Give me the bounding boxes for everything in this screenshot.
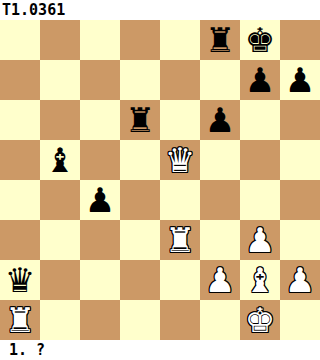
- square-e8[interactable]: [160, 20, 200, 60]
- square-e4[interactable]: [160, 180, 200, 220]
- square-b1[interactable]: [40, 300, 80, 340]
- white-pawn: ♟: [205, 260, 235, 300]
- square-h8[interactable]: [280, 20, 320, 60]
- square-a8[interactable]: [0, 20, 40, 60]
- square-a7[interactable]: [0, 60, 40, 100]
- square-c8[interactable]: [80, 20, 120, 60]
- square-d1[interactable]: [120, 300, 160, 340]
- square-a2[interactable]: ♛: [0, 260, 40, 300]
- square-b4[interactable]: [40, 180, 80, 220]
- square-h2[interactable]: ♟: [280, 260, 320, 300]
- square-c3[interactable]: [80, 220, 120, 260]
- square-e1[interactable]: [160, 300, 200, 340]
- square-c5[interactable]: [80, 140, 120, 180]
- chess-board: ♜♚♟♟♜♟♝♛♟♜♟♛♟♝♟♜♚: [0, 20, 320, 340]
- square-e7[interactable]: [160, 60, 200, 100]
- square-f4[interactable]: [200, 180, 240, 220]
- square-g5[interactable]: [240, 140, 280, 180]
- square-a1[interactable]: ♜: [0, 300, 40, 340]
- puzzle-id: T1.0361: [2, 0, 65, 20]
- black-pawn: ♟: [285, 60, 315, 100]
- square-a3[interactable]: [0, 220, 40, 260]
- square-f3[interactable]: [200, 220, 240, 260]
- puzzle-footer: 1. ?: [0, 340, 320, 360]
- white-rook: ♜: [5, 300, 35, 340]
- square-g2[interactable]: ♝: [240, 260, 280, 300]
- square-a6[interactable]: [0, 100, 40, 140]
- square-c7[interactable]: [80, 60, 120, 100]
- black-bishop: ♝: [45, 140, 75, 180]
- square-a5[interactable]: [0, 140, 40, 180]
- black-king: ♚: [245, 20, 275, 60]
- square-h3[interactable]: [280, 220, 320, 260]
- square-d6[interactable]: ♜: [120, 100, 160, 140]
- square-b3[interactable]: [40, 220, 80, 260]
- square-f6[interactable]: ♟: [200, 100, 240, 140]
- square-a4[interactable]: [0, 180, 40, 220]
- black-rook: ♜: [205, 20, 235, 60]
- chess-puzzle-app: T1.0361 ♜♚♟♟♜♟♝♛♟♜♟♛♟♝♟♜♚ 1. ?: [0, 0, 320, 360]
- black-pawn: ♟: [205, 100, 235, 140]
- square-b6[interactable]: [40, 100, 80, 140]
- square-g3[interactable]: ♟: [240, 220, 280, 260]
- square-g8[interactable]: ♚: [240, 20, 280, 60]
- square-d2[interactable]: [120, 260, 160, 300]
- square-h5[interactable]: [280, 140, 320, 180]
- square-d8[interactable]: [120, 20, 160, 60]
- move-prompt: 1. ?: [9, 340, 45, 360]
- square-d5[interactable]: [120, 140, 160, 180]
- square-h6[interactable]: [280, 100, 320, 140]
- square-h1[interactable]: [280, 300, 320, 340]
- square-g4[interactable]: [240, 180, 280, 220]
- black-pawn: ♟: [85, 180, 115, 220]
- square-f2[interactable]: ♟: [200, 260, 240, 300]
- square-d7[interactable]: [120, 60, 160, 100]
- square-h4[interactable]: [280, 180, 320, 220]
- square-b7[interactable]: [40, 60, 80, 100]
- square-c6[interactable]: [80, 100, 120, 140]
- white-queen: ♛: [165, 140, 195, 180]
- white-pawn: ♟: [245, 220, 275, 260]
- square-b2[interactable]: [40, 260, 80, 300]
- square-f7[interactable]: [200, 60, 240, 100]
- square-b8[interactable]: [40, 20, 80, 60]
- square-e3[interactable]: ♜: [160, 220, 200, 260]
- square-e2[interactable]: [160, 260, 200, 300]
- square-d4[interactable]: [120, 180, 160, 220]
- puzzle-header: T1.0361: [0, 0, 320, 20]
- square-f1[interactable]: [200, 300, 240, 340]
- square-h7[interactable]: ♟: [280, 60, 320, 100]
- black-pawn: ♟: [245, 60, 275, 100]
- square-c4[interactable]: ♟: [80, 180, 120, 220]
- black-queen: ♛: [5, 260, 35, 300]
- white-king: ♚: [245, 300, 275, 340]
- square-d3[interactable]: [120, 220, 160, 260]
- square-g7[interactable]: ♟: [240, 60, 280, 100]
- black-rook: ♜: [125, 100, 155, 140]
- square-c2[interactable]: [80, 260, 120, 300]
- square-c1[interactable]: [80, 300, 120, 340]
- square-b5[interactable]: ♝: [40, 140, 80, 180]
- white-pawn: ♟: [285, 260, 315, 300]
- square-g1[interactable]: ♚: [240, 300, 280, 340]
- white-bishop: ♝: [245, 260, 275, 300]
- square-f5[interactable]: [200, 140, 240, 180]
- square-e5[interactable]: ♛: [160, 140, 200, 180]
- square-g6[interactable]: [240, 100, 280, 140]
- square-e6[interactable]: [160, 100, 200, 140]
- square-f8[interactable]: ♜: [200, 20, 240, 60]
- white-rook: ♜: [165, 220, 195, 260]
